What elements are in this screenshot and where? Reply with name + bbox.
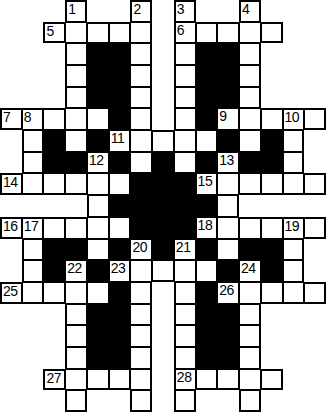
cell-r16c11[interactable] — [239, 347, 261, 369]
cell-r10c9[interactable]: 18 — [196, 217, 218, 239]
cell-r17c12[interactable] — [261, 369, 283, 391]
cell-r3c6[interactable] — [130, 65, 152, 87]
void-r15c13 — [283, 325, 305, 347]
void-r0c13 — [283, 0, 305, 22]
cell-r17c9[interactable] — [196, 369, 218, 391]
cell-r5c13[interactable]: 10 — [283, 108, 305, 130]
cell-r8c10[interactable] — [217, 173, 239, 195]
clue-number-26: 26 — [219, 283, 234, 298]
cell-r18c6[interactable] — [130, 390, 152, 412]
void-r9c13 — [283, 195, 305, 217]
black-cell-r12c2 — [43, 260, 65, 282]
cell-r13c0[interactable]: 25 — [0, 282, 22, 304]
void-r3c12 — [261, 65, 283, 87]
black-cell-r7c5 — [109, 152, 131, 174]
void-r3c13 — [283, 65, 305, 87]
cell-r18c8[interactable] — [174, 390, 196, 412]
clue-number-5: 5 — [46, 24, 53, 39]
cell-r12c11[interactable]: 24 — [239, 260, 261, 282]
cell-r2c6[interactable] — [130, 43, 152, 65]
void-r6c14 — [304, 130, 326, 152]
void-r16c7 — [152, 347, 174, 369]
void-r17c7 — [152, 369, 174, 391]
cell-r7c6[interactable] — [130, 152, 152, 174]
black-cell-r5c5 — [109, 108, 131, 130]
cell-r6c13[interactable] — [283, 130, 305, 152]
clue-number-8: 8 — [24, 110, 31, 125]
cell-r1c3[interactable] — [65, 22, 87, 44]
black-cell-r4c4 — [87, 87, 109, 109]
void-r16c12 — [261, 347, 283, 369]
void-r15c12 — [261, 325, 283, 347]
cell-r15c8[interactable] — [174, 325, 196, 347]
cell-r13c6[interactable] — [130, 282, 152, 304]
cell-r6c1[interactable] — [22, 130, 44, 152]
cell-r4c11[interactable] — [239, 87, 261, 109]
cell-r6c5[interactable]: 11 — [109, 130, 131, 152]
void-r17c0 — [0, 369, 22, 391]
void-r9c11 — [239, 195, 261, 217]
cell-r8c3[interactable] — [65, 173, 87, 195]
cell-r10c13[interactable]: 19 — [283, 217, 305, 239]
black-cell-r9c6 — [130, 195, 152, 217]
cell-r10c14[interactable] — [304, 217, 326, 239]
black-cell-r6c2 — [43, 130, 65, 152]
cell-r17c11[interactable] — [239, 369, 261, 391]
cell-r10c4[interactable] — [87, 217, 109, 239]
clue-number-19: 19 — [285, 219, 300, 234]
cell-r13c8[interactable] — [174, 282, 196, 304]
void-r14c1 — [22, 304, 44, 326]
cell-r0c3[interactable]: 1 — [65, 0, 87, 22]
clue-number-16: 16 — [3, 219, 18, 234]
void-r15c14 — [304, 325, 326, 347]
cell-r4c8[interactable] — [174, 87, 196, 109]
void-r14c13 — [283, 304, 305, 326]
cell-r0c11[interactable]: 4 — [239, 0, 261, 22]
cell-r7c8[interactable] — [174, 152, 196, 174]
black-cell-r14c10 — [217, 304, 239, 326]
void-r17c1 — [22, 369, 44, 391]
black-cell-r7c2 — [43, 152, 65, 174]
black-cell-r14c9 — [196, 304, 218, 326]
black-cell-r9c7 — [152, 195, 174, 217]
cell-r18c11[interactable] — [239, 390, 261, 412]
void-r18c14 — [304, 390, 326, 412]
black-cell-r9c5 — [109, 195, 131, 217]
cell-r8c0[interactable]: 14 — [0, 173, 22, 195]
cell-r14c6[interactable] — [130, 304, 152, 326]
void-r4c14 — [304, 87, 326, 109]
cell-r13c1[interactable] — [22, 282, 44, 304]
cell-r5c6[interactable] — [130, 108, 152, 130]
cell-r11c8[interactable]: 21 — [174, 239, 196, 261]
void-r14c12 — [261, 304, 283, 326]
cell-r6c9[interactable] — [196, 130, 218, 152]
cell-r17c3[interactable] — [65, 369, 87, 391]
cell-r6c7[interactable] — [152, 130, 174, 152]
cell-r5c1[interactable]: 8 — [22, 108, 44, 130]
void-r18c13 — [283, 390, 305, 412]
cell-r12c5[interactable]: 23 — [109, 260, 131, 282]
cell-r1c10[interactable] — [217, 22, 239, 44]
clue-number-15: 15 — [198, 174, 213, 189]
black-cell-r7c9 — [196, 152, 218, 174]
clue-number-20: 20 — [132, 240, 147, 255]
cell-r11c1[interactable] — [22, 239, 44, 261]
clue-number-27: 27 — [46, 371, 61, 386]
black-cell-r10c6 — [130, 217, 152, 239]
cell-r3c3[interactable] — [65, 65, 87, 87]
cell-r17c5[interactable] — [109, 369, 131, 391]
clue-number-18: 18 — [198, 218, 213, 233]
cell-r2c3[interactable] — [65, 43, 87, 65]
cell-r4c6[interactable] — [130, 87, 152, 109]
void-r1c14 — [304, 22, 326, 44]
cell-r10c12[interactable] — [261, 217, 283, 239]
void-r15c2 — [43, 325, 65, 347]
cell-r10c10[interactable] — [217, 217, 239, 239]
cell-r1c8[interactable]: 6 — [174, 22, 196, 44]
cell-r9c10[interactable] — [217, 195, 239, 217]
cell-r14c11[interactable] — [239, 304, 261, 326]
void-r0c14 — [304, 0, 326, 22]
void-r0c2 — [43, 0, 65, 22]
black-cell-r8c7 — [152, 173, 174, 195]
black-cell-r2c9 — [196, 43, 218, 65]
void-r11c14 — [304, 239, 326, 261]
cell-r7c10[interactable]: 13 — [217, 152, 239, 174]
void-r16c2 — [43, 347, 65, 369]
void-r14c7 — [152, 304, 174, 326]
clue-number-7: 7 — [3, 110, 10, 125]
void-r7c0 — [0, 152, 22, 174]
cell-r6c8[interactable] — [174, 130, 196, 152]
void-r15c1 — [22, 325, 44, 347]
cell-r5c11[interactable] — [239, 108, 261, 130]
void-r0c10 — [217, 0, 239, 22]
void-r9c14 — [304, 195, 326, 217]
black-cell-r4c5 — [109, 87, 131, 109]
void-r2c7 — [152, 43, 174, 65]
cell-r1c12[interactable] — [261, 22, 283, 44]
void-r9c12 — [261, 195, 283, 217]
cell-r0c6[interactable]: 2 — [130, 0, 152, 22]
black-cell-r15c5 — [109, 325, 131, 347]
cell-r13c3[interactable] — [65, 282, 87, 304]
cell-r8c13[interactable] — [283, 173, 305, 195]
black-cell-r4c10 — [217, 87, 239, 109]
cell-r17c10[interactable] — [217, 369, 239, 391]
cell-r7c1[interactable] — [22, 152, 44, 174]
cell-r6c11[interactable] — [239, 130, 261, 152]
cell-r11c13[interactable] — [283, 239, 305, 261]
black-cell-r11c3 — [65, 239, 87, 261]
cell-r13c13[interactable] — [283, 282, 305, 304]
void-r14c2 — [43, 304, 65, 326]
void-r4c12 — [261, 87, 283, 109]
void-r2c1 — [22, 43, 44, 65]
cell-r8c12[interactable] — [261, 173, 283, 195]
black-cell-r12c10 — [217, 260, 239, 282]
cell-r10c2[interactable] — [43, 217, 65, 239]
cell-r5c0[interactable]: 7 — [0, 108, 22, 130]
black-cell-r16c10 — [217, 347, 239, 369]
cell-r1c9[interactable] — [196, 22, 218, 44]
clue-number-17: 17 — [24, 219, 39, 234]
void-r14c14 — [304, 304, 326, 326]
void-r0c7 — [152, 0, 174, 22]
cell-r12c6[interactable] — [130, 260, 152, 282]
black-cell-r7c12 — [261, 152, 283, 174]
cell-r7c4[interactable]: 12 — [87, 152, 109, 174]
void-r12c14 — [304, 260, 326, 282]
void-r0c1 — [22, 0, 44, 22]
cell-r16c8[interactable] — [174, 347, 196, 369]
cell-r15c11[interactable] — [239, 325, 261, 347]
void-r15c0 — [0, 325, 22, 347]
void-r5c7 — [152, 108, 174, 130]
cell-r3c11[interactable] — [239, 65, 261, 87]
black-cell-r14c5 — [109, 304, 131, 326]
cell-r1c4[interactable] — [87, 22, 109, 44]
black-cell-r3c4 — [87, 65, 109, 87]
crossword-puzzle: 1234567891011121314151617181920212223242… — [0, 0, 326, 412]
void-r18c7 — [152, 390, 174, 412]
cell-r1c11[interactable] — [239, 22, 261, 44]
cell-r12c1[interactable] — [22, 260, 44, 282]
clue-number-25: 25 — [3, 284, 18, 299]
void-r7c14 — [304, 152, 326, 174]
void-r6c0 — [0, 130, 22, 152]
black-cell-r4c9 — [196, 87, 218, 109]
void-r13c7 — [152, 282, 174, 304]
black-cell-r2c5 — [109, 43, 131, 65]
cell-r10c5[interactable] — [109, 217, 131, 239]
clue-number-4: 4 — [242, 2, 249, 17]
black-cell-r2c10 — [217, 43, 239, 65]
cell-r2c8[interactable] — [174, 43, 196, 65]
crossword-grid: 1234567891011121314151617181920212223242… — [0, 0, 326, 412]
void-r11c0 — [0, 239, 22, 261]
void-r0c9 — [196, 0, 218, 22]
cell-r8c1[interactable] — [22, 173, 44, 195]
void-r18c2 — [43, 390, 65, 412]
cell-r5c14[interactable] — [304, 108, 326, 130]
cell-r15c3[interactable] — [65, 325, 87, 347]
cell-r4c3[interactable] — [65, 87, 87, 109]
cell-r12c7[interactable] — [152, 260, 174, 282]
cell-r12c8[interactable] — [174, 260, 196, 282]
cell-r1c2[interactable]: 5 — [43, 22, 65, 44]
void-r14c0 — [0, 304, 22, 326]
cell-r7c13[interactable] — [283, 152, 305, 174]
void-r2c12 — [261, 43, 283, 65]
void-r9c2 — [43, 195, 65, 217]
cell-r18c3[interactable] — [65, 390, 87, 412]
cell-r5c12[interactable] — [261, 108, 283, 130]
black-cell-r6c10 — [217, 130, 239, 152]
void-r12c0 — [0, 260, 22, 282]
cell-r0c8[interactable]: 3 — [174, 0, 196, 22]
void-r2c13 — [283, 43, 305, 65]
cell-r5c4[interactable] — [87, 108, 109, 130]
clue-number-10: 10 — [285, 110, 300, 125]
cell-r6c6[interactable] — [130, 130, 152, 152]
cell-r17c4[interactable] — [87, 369, 109, 391]
black-cell-r15c10 — [217, 325, 239, 347]
black-cell-r10c8 — [174, 217, 196, 239]
cell-r1c6[interactable] — [130, 22, 152, 44]
cell-r13c11[interactable] — [239, 282, 261, 304]
cell-r16c3[interactable] — [65, 347, 87, 369]
black-cell-r7c7 — [152, 152, 174, 174]
black-cell-r8c8 — [174, 173, 196, 195]
void-r18c0 — [0, 390, 22, 412]
cell-r13c14[interactable] — [304, 282, 326, 304]
cell-r2c11[interactable] — [239, 43, 261, 65]
cell-r5c8[interactable] — [174, 108, 196, 130]
void-r2c0 — [0, 43, 22, 65]
cell-r1c5[interactable] — [109, 22, 131, 44]
black-cell-r16c9 — [196, 347, 218, 369]
cell-r13c4[interactable] — [87, 282, 109, 304]
void-r9c1 — [22, 195, 44, 217]
clue-number-2: 2 — [133, 2, 140, 17]
clue-number-14: 14 — [3, 175, 18, 190]
clue-number-6: 6 — [177, 23, 184, 38]
black-cell-r15c4 — [87, 325, 109, 347]
cell-r8c4[interactable] — [87, 173, 109, 195]
cell-r15c6[interactable] — [130, 325, 152, 347]
cell-r10c1[interactable]: 17 — [22, 217, 44, 239]
black-cell-r6c4 — [87, 130, 109, 152]
black-cell-r12c12 — [261, 260, 283, 282]
clue-number-11: 11 — [111, 131, 125, 146]
void-r16c0 — [0, 347, 22, 369]
black-cell-r14c4 — [87, 304, 109, 326]
black-cell-r9c9 — [196, 195, 218, 217]
clue-number-28: 28 — [177, 370, 192, 385]
cell-r17c8[interactable]: 28 — [174, 369, 196, 391]
cell-r14c8[interactable] — [174, 304, 196, 326]
cell-r17c6[interactable] — [130, 369, 152, 391]
void-r15c7 — [152, 325, 174, 347]
cell-r12c9[interactable] — [196, 260, 218, 282]
clue-number-22: 22 — [67, 261, 82, 276]
void-r18c5 — [109, 390, 131, 412]
black-cell-r2c4 — [87, 43, 109, 65]
cell-r6c3[interactable] — [65, 130, 87, 152]
clue-number-1: 1 — [68, 2, 75, 17]
void-r0c0 — [0, 0, 22, 22]
black-cell-r15c9 — [196, 325, 218, 347]
void-r4c13 — [283, 87, 305, 109]
cell-r11c4[interactable] — [87, 239, 109, 261]
void-r3c2 — [43, 65, 65, 87]
cell-r14c3[interactable] — [65, 304, 87, 326]
black-cell-r13c9 — [196, 282, 218, 304]
cell-r11c10[interactable] — [217, 239, 239, 261]
black-cell-r11c12 — [261, 239, 283, 261]
black-cell-r11c5 — [109, 239, 131, 261]
void-r3c1 — [22, 65, 44, 87]
void-r17c13 — [283, 369, 305, 391]
black-cell-r11c7 — [152, 239, 174, 261]
cell-r5c2[interactable] — [43, 108, 65, 130]
void-r3c0 — [0, 65, 22, 87]
black-cell-r7c3 — [65, 152, 87, 174]
void-r1c7 — [152, 22, 174, 44]
void-r1c13 — [283, 22, 305, 44]
black-cell-r16c5 — [109, 347, 131, 369]
black-cell-r16c4 — [87, 347, 109, 369]
cell-r11c6[interactable]: 20 — [130, 239, 152, 261]
cell-r13c12[interactable] — [261, 282, 283, 304]
black-cell-r11c2 — [43, 239, 65, 261]
black-cell-r10c7 — [152, 217, 174, 239]
black-cell-r11c9 — [196, 239, 218, 261]
black-cell-r11c11 — [239, 239, 261, 261]
void-r18c9 — [196, 390, 218, 412]
clue-number-9: 9 — [219, 109, 226, 124]
cell-r8c5[interactable] — [109, 173, 131, 195]
void-r0c4 — [87, 0, 109, 22]
cell-r5c10[interactable]: 9 — [217, 108, 239, 130]
void-r3c7 — [152, 65, 174, 87]
void-r3c14 — [304, 65, 326, 87]
void-r17c14 — [304, 369, 326, 391]
cell-r9c4[interactable] — [87, 195, 109, 217]
cell-r10c11[interactable] — [239, 217, 261, 239]
void-r4c1 — [22, 87, 44, 109]
void-r18c12 — [261, 390, 283, 412]
cell-r8c2[interactable] — [43, 173, 65, 195]
void-r2c2 — [43, 43, 65, 65]
cell-r13c10[interactable]: 26 — [217, 282, 239, 304]
void-r9c3 — [65, 195, 87, 217]
cell-r5c3[interactable] — [65, 108, 87, 130]
clue-number-13: 13 — [219, 153, 234, 168]
cell-r8c14[interactable] — [304, 173, 326, 195]
cell-r10c0[interactable]: 16 — [0, 217, 22, 239]
black-cell-r9c8 — [174, 195, 196, 217]
black-cell-r8c6 — [130, 173, 152, 195]
void-r4c2 — [43, 87, 65, 109]
void-r0c5 — [109, 0, 131, 22]
void-r18c10 — [217, 390, 239, 412]
void-r16c14 — [304, 347, 326, 369]
black-cell-r3c10 — [217, 65, 239, 87]
cell-r10c3[interactable] — [65, 217, 87, 239]
void-r4c7 — [152, 87, 174, 109]
cell-r17c2[interactable]: 27 — [43, 369, 65, 391]
cell-r16c6[interactable] — [130, 347, 152, 369]
clue-number-3: 3 — [177, 2, 184, 17]
void-r2c14 — [304, 43, 326, 65]
void-r18c4 — [87, 390, 109, 412]
cell-r3c8[interactable] — [174, 65, 196, 87]
black-cell-r3c9 — [196, 65, 218, 87]
cell-r8c9[interactable]: 15 — [196, 173, 218, 195]
cell-r12c3[interactable]: 22 — [65, 260, 87, 282]
clue-number-23: 23 — [111, 261, 126, 276]
black-cell-r5c9 — [196, 108, 218, 130]
cell-r8c11[interactable] — [239, 173, 261, 195]
black-cell-r12c4 — [87, 260, 109, 282]
cell-r12c13[interactable] — [283, 260, 305, 282]
cell-r13c2[interactable] — [43, 282, 65, 304]
